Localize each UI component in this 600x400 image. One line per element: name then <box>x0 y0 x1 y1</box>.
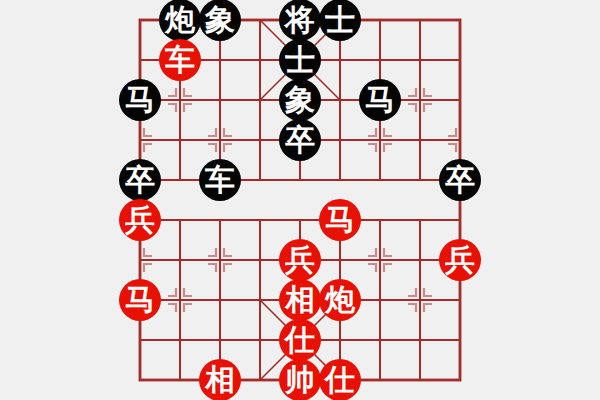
piece-red-soldier[interactable]: 兵 <box>119 199 161 241</box>
piece-red-general[interactable]: 帅 <box>279 359 321 400</box>
piece-red-horse[interactable]: 马 <box>119 279 161 321</box>
piece-char: 帅 <box>285 365 315 395</box>
piece-char: 炮 <box>325 285 355 315</box>
piece-black-soldier[interactable]: 卒 <box>279 119 321 161</box>
xiangqi-board[interactable]: 炮象将士车士马象马卒卒车卒兵马兵兵马相炮仕相帅仕 <box>120 0 480 400</box>
piece-char: 象 <box>285 85 315 115</box>
piece-char: 将 <box>285 5 315 35</box>
piece-char: 卒 <box>445 165 475 195</box>
piece-red-advisor[interactable]: 仕 <box>279 319 321 361</box>
piece-black-general[interactable]: 将 <box>279 0 321 41</box>
piece-char: 仕 <box>285 325 315 355</box>
piece-char: 车 <box>205 165 235 195</box>
piece-black-cannon[interactable]: 炮 <box>159 0 201 41</box>
piece-char: 马 <box>125 85 155 115</box>
piece-char: 相 <box>285 285 315 315</box>
piece-red-elephant[interactable]: 相 <box>199 359 241 400</box>
piece-char: 士 <box>325 5 355 35</box>
piece-red-soldier[interactable]: 兵 <box>439 239 481 281</box>
piece-black-chariot[interactable]: 车 <box>199 159 241 201</box>
piece-char: 士 <box>285 45 315 75</box>
piece-black-advisor[interactable]: 士 <box>319 0 361 41</box>
piece-char: 仕 <box>325 365 355 395</box>
piece-char: 马 <box>125 285 155 315</box>
piece-red-advisor[interactable]: 仕 <box>319 359 361 400</box>
piece-char: 卒 <box>125 165 155 195</box>
piece-red-cannon[interactable]: 炮 <box>319 279 361 321</box>
piece-red-chariot[interactable]: 车 <box>159 39 201 81</box>
piece-char: 炮 <box>165 5 195 35</box>
piece-char: 兵 <box>445 245 475 275</box>
piece-black-horse[interactable]: 马 <box>119 79 161 121</box>
xiangqi-diagram: 炮象将士车士马象马卒卒车卒兵马兵兵马相炮仕相帅仕 <box>0 0 600 400</box>
piece-char: 象 <box>205 5 235 35</box>
piece-char: 兵 <box>125 205 155 235</box>
piece-black-soldier[interactable]: 卒 <box>119 159 161 201</box>
piece-black-horse[interactable]: 马 <box>359 79 401 121</box>
piece-black-elephant[interactable]: 象 <box>199 0 241 41</box>
piece-char: 卒 <box>285 125 315 155</box>
piece-char: 相 <box>205 365 235 395</box>
piece-char: 马 <box>365 85 395 115</box>
piece-red-horse[interactable]: 马 <box>319 199 361 241</box>
piece-char: 车 <box>165 45 195 75</box>
piece-red-soldier[interactable]: 兵 <box>279 239 321 281</box>
piece-red-elephant[interactable]: 相 <box>279 279 321 321</box>
piece-char: 兵 <box>285 245 315 275</box>
piece-black-advisor[interactable]: 士 <box>279 39 321 81</box>
piece-black-elephant[interactable]: 象 <box>279 79 321 121</box>
piece-black-soldier[interactable]: 卒 <box>439 159 481 201</box>
piece-char: 马 <box>325 205 355 235</box>
